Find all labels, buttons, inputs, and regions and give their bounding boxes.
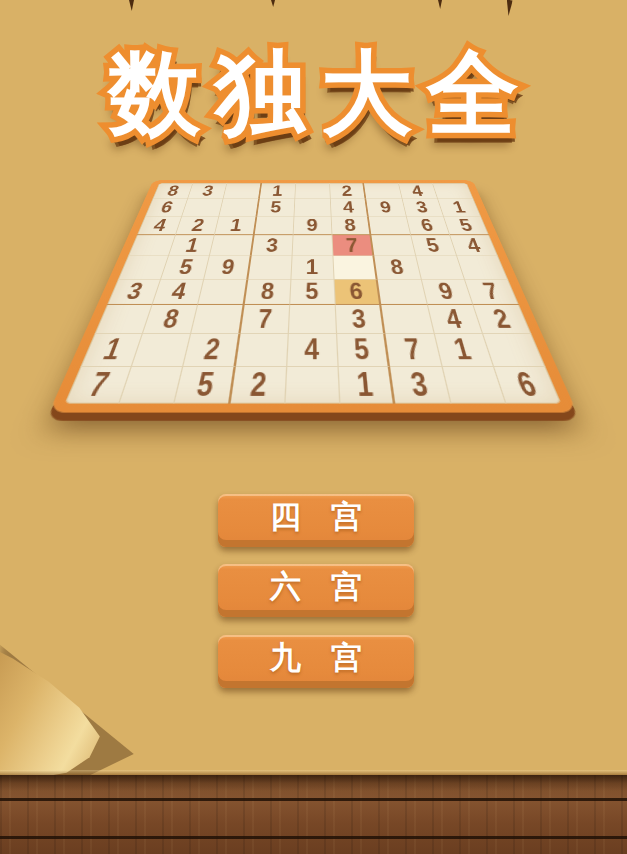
cell-digit: 3 xyxy=(408,368,430,401)
cell-digit: 7 xyxy=(346,236,360,255)
cell-digit: 7 xyxy=(84,368,112,401)
cell-digit: 1 xyxy=(228,217,242,234)
cell-digit: 4 xyxy=(151,217,169,234)
cell-r5c6 xyxy=(334,256,378,279)
cell-digit: 5 xyxy=(457,217,475,234)
cell-r6c7 xyxy=(378,279,427,305)
cell-r2c3 xyxy=(220,199,260,216)
cell-r4c9: 4 xyxy=(450,235,498,256)
grid-4-button[interactable]: 四宫 xyxy=(218,494,414,547)
cell-digit: 8 xyxy=(160,306,181,332)
cell-r5c2: 5 xyxy=(161,256,210,279)
cell-r6c9: 7 xyxy=(465,279,519,305)
cell-digit: 7 xyxy=(403,335,423,364)
cell-r3c2: 2 xyxy=(176,216,220,235)
cell-digit: 5 xyxy=(194,368,216,401)
cell-r9c7: 3 xyxy=(391,367,452,404)
cell-digit: 4 xyxy=(169,280,189,303)
cell-r9c2 xyxy=(120,367,184,404)
cell-r4c4: 3 xyxy=(251,235,293,256)
cell-r1c1: 8 xyxy=(152,183,193,199)
cell-r5c5: 1 xyxy=(291,256,334,279)
cell-r1c2: 3 xyxy=(188,183,227,199)
cell-digit: 1 xyxy=(183,236,200,255)
cell-r1c3 xyxy=(224,183,262,199)
cell-digit: 3 xyxy=(123,280,145,303)
cell-r3c9: 5 xyxy=(444,216,489,235)
cell-digit: 7 xyxy=(480,280,502,303)
cell-digit: 1 xyxy=(356,368,375,401)
cell-r7c9: 2 xyxy=(473,305,531,334)
cell-digit: 3 xyxy=(415,200,430,215)
cell-r8c2 xyxy=(132,334,191,367)
cell-digit: 8 xyxy=(389,257,405,278)
cell-digit: 4 xyxy=(443,306,464,332)
cell-digit: 9 xyxy=(307,217,318,234)
cell-digit: 5 xyxy=(270,200,282,215)
cell-r1c4: 1 xyxy=(259,183,295,199)
cell-r8c7: 7 xyxy=(386,334,442,367)
cell-digit: 2 xyxy=(201,335,221,364)
cell-digit: 1 xyxy=(272,184,284,198)
cell-r9c9: 6 xyxy=(494,367,562,404)
cell-r5c7: 8 xyxy=(375,256,422,279)
cell-r3c8: 6 xyxy=(406,216,450,235)
cell-digit: 9 xyxy=(379,200,393,215)
cell-digit: 5 xyxy=(306,280,319,303)
cell-r4c7 xyxy=(372,235,416,256)
cell-r8c4 xyxy=(235,334,288,367)
cell-digit: 8 xyxy=(344,217,357,234)
cell-r2c8: 3 xyxy=(402,199,443,216)
cell-digit: 9 xyxy=(219,257,235,278)
cell-digit: 8 xyxy=(165,184,181,198)
cell-digit: 1 xyxy=(451,335,474,364)
cell-r7c6: 3 xyxy=(336,305,386,334)
cell-r1c5 xyxy=(295,183,331,199)
cell-r9c4: 2 xyxy=(230,367,287,404)
cell-digit: 3 xyxy=(201,184,215,198)
cell-r2c6: 4 xyxy=(331,199,369,216)
cell-r9c6: 1 xyxy=(339,367,396,404)
cell-r5c3: 9 xyxy=(205,256,252,279)
cell-r8c9 xyxy=(483,334,546,367)
cell-r1c9 xyxy=(433,183,474,199)
cell-r1c7 xyxy=(364,183,402,199)
cell-r3c3: 1 xyxy=(215,216,257,235)
cell-r6c6: 6 xyxy=(335,279,382,305)
cell-digit: 3 xyxy=(265,236,279,255)
cell-digit: 5 xyxy=(353,335,370,364)
cell-digit: 6 xyxy=(349,280,364,303)
cell-r4c2: 1 xyxy=(169,235,215,256)
wood-floor xyxy=(0,775,627,854)
cell-digit: 8 xyxy=(260,280,275,303)
cell-digit: 4 xyxy=(305,335,320,364)
cell-digit: 6 xyxy=(419,217,435,234)
cell-r2c5 xyxy=(294,199,331,216)
cell-digit: 9 xyxy=(436,280,456,303)
cell-r9c5 xyxy=(285,367,340,404)
cell-digit: 4 xyxy=(464,236,483,255)
cell-r4c3 xyxy=(210,235,254,256)
cell-digit: 2 xyxy=(341,184,353,198)
cell-r4c6: 7 xyxy=(333,235,375,256)
cell-r8c3: 2 xyxy=(184,334,240,367)
cell-r3c6: 8 xyxy=(332,216,372,235)
cell-r7c3 xyxy=(192,305,245,334)
cell-r3c4 xyxy=(254,216,294,235)
cell-r7c4: 7 xyxy=(240,305,290,334)
cell-r1c6: 2 xyxy=(330,183,366,199)
cell-r9c3: 5 xyxy=(175,367,236,404)
cell-r8c5: 4 xyxy=(287,334,339,367)
cell-r5c4 xyxy=(248,256,292,279)
cell-digit: 2 xyxy=(490,306,514,332)
cell-digit: 5 xyxy=(424,236,441,255)
cell-r4c5 xyxy=(292,235,333,256)
cell-r2c9: 1 xyxy=(438,199,481,216)
cell-digit: 2 xyxy=(190,217,206,234)
cell-digit: 1 xyxy=(99,335,125,364)
cell-r8c6: 5 xyxy=(337,334,390,367)
cell-r2c1: 6 xyxy=(145,199,188,216)
page-title: 数独大全 数独大全 xyxy=(0,38,627,156)
cell-digit: 6 xyxy=(158,200,175,215)
cell-r6c3 xyxy=(198,279,247,305)
cell-r6c4: 8 xyxy=(244,279,291,305)
cell-r7c2: 8 xyxy=(143,305,198,334)
cell-r2c7: 9 xyxy=(367,199,407,216)
cell-r2c2 xyxy=(182,199,223,216)
cell-r3c1: 4 xyxy=(137,216,182,235)
cell-digit: 4 xyxy=(410,184,424,198)
cell-digit: 4 xyxy=(343,200,355,215)
cell-r7c7 xyxy=(382,305,435,334)
cell-r2c4: 5 xyxy=(257,199,295,216)
cell-r6c5: 5 xyxy=(290,279,336,305)
grid-6-button[interactable]: 六宫 xyxy=(218,564,414,617)
cell-r7c5 xyxy=(289,305,338,334)
cell-digit: 3 xyxy=(351,306,367,332)
cell-digit: 6 xyxy=(513,368,541,401)
page-title-text: 数独大全 xyxy=(0,38,627,148)
sudoku-grid: 8312465493142198651375459183485697873421… xyxy=(65,183,562,403)
cell-r1c8: 4 xyxy=(398,183,437,199)
cell-r3c7 xyxy=(369,216,411,235)
cell-digit: 1 xyxy=(306,257,319,278)
cell-r3c5: 9 xyxy=(293,216,332,235)
cell-r6c2: 4 xyxy=(153,279,205,305)
cell-digit: 7 xyxy=(257,306,273,332)
cell-digit: 5 xyxy=(177,257,195,278)
grid-9-button[interactable]: 九宫 xyxy=(218,635,414,688)
cell-digit: 1 xyxy=(451,200,468,215)
cell-digit: 2 xyxy=(249,368,268,401)
cell-r5c9 xyxy=(457,256,508,279)
